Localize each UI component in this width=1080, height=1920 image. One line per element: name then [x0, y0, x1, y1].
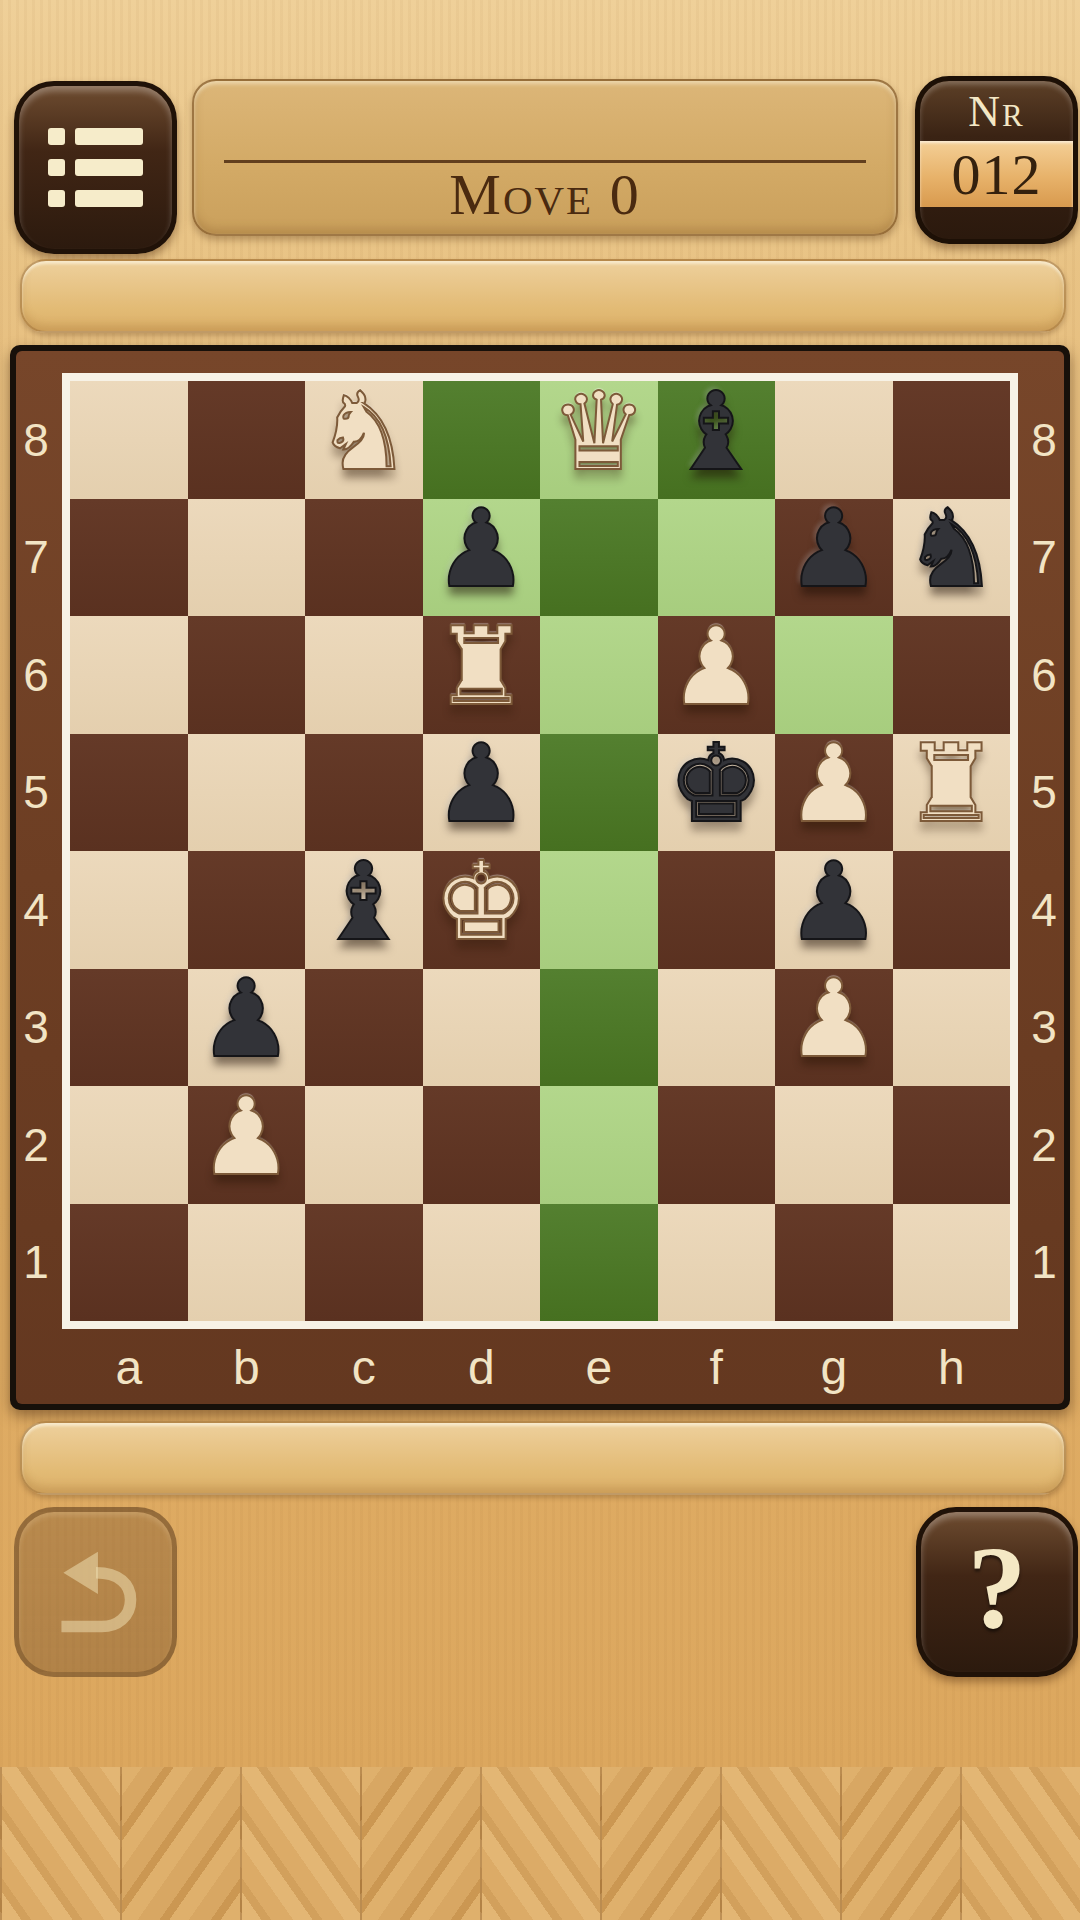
undo-arrow-icon — [48, 1544, 144, 1640]
piece-white-pawn-g3[interactable]: ♟ — [775, 961, 893, 1079]
square-a3[interactable] — [70, 969, 188, 1087]
square-h8[interactable] — [893, 381, 1011, 499]
file-label-d: d — [423, 1329, 541, 1405]
rank-labels-right: 87654321 — [1018, 381, 1070, 1321]
square-g7[interactable]: ♟ — [775, 499, 893, 617]
puzzle-number-label: Nr — [920, 81, 1073, 141]
parquet-strip — [120, 1767, 240, 1920]
puzzle-number-value: 012 — [920, 141, 1073, 207]
square-d2[interactable] — [423, 1086, 541, 1204]
square-f4[interactable] — [658, 851, 776, 969]
file-label-g: g — [775, 1329, 893, 1405]
square-f7[interactable] — [658, 499, 776, 617]
piece-black-pawn-g4[interactable]: ♟ — [775, 843, 893, 961]
help-button[interactable]: ? — [916, 1507, 1078, 1677]
parquet-footer — [0, 1767, 1080, 1920]
menu-list-icon — [48, 128, 143, 207]
square-c1[interactable] — [305, 1204, 423, 1322]
rank-label-4-right: 4 — [1018, 851, 1070, 969]
square-g4[interactable]: ♟ — [775, 851, 893, 969]
square-b4[interactable] — [188, 851, 306, 969]
square-c5[interactable] — [305, 734, 423, 852]
rank-label-6-left: 6 — [10, 616, 62, 734]
square-h7[interactable]: ♞ — [893, 499, 1011, 617]
square-e5[interactable] — [540, 734, 658, 852]
file-label-b: b — [188, 1329, 306, 1405]
piece-white-queen-e8[interactable]: ♛ — [540, 373, 658, 491]
square-h1[interactable] — [893, 1204, 1011, 1322]
rank-labels-left: 87654321 — [10, 381, 62, 1321]
undo-button[interactable] — [14, 1507, 177, 1677]
rank-label-8-right: 8 — [1018, 381, 1070, 499]
square-f6[interactable]: ♟ — [658, 616, 776, 734]
square-h4[interactable] — [893, 851, 1011, 969]
square-a6[interactable] — [70, 616, 188, 734]
rank-label-5-right: 5 — [1018, 734, 1070, 852]
parquet-strip — [960, 1767, 1080, 1920]
parquet-strip — [0, 1767, 120, 1920]
puzzle-number-button[interactable]: Nr 012 — [915, 76, 1078, 244]
piece-black-bishop-c4[interactable]: ♝ — [305, 843, 423, 961]
piece-black-king-f5[interactable]: ♚ — [658, 726, 776, 844]
board-squares: ♞♛♝♟♟♞♜♟♟♚♟♜♝♚♟♟♟♟ — [70, 381, 1010, 1321]
square-c3[interactable] — [305, 969, 423, 1087]
square-g8[interactable] — [775, 381, 893, 499]
move-panel: Move 0 — [192, 79, 898, 236]
parquet-strip — [840, 1767, 960, 1920]
parquet-strip — [360, 1767, 480, 1920]
square-f5[interactable]: ♚ — [658, 734, 776, 852]
piece-white-pawn-f6[interactable]: ♟ — [658, 608, 776, 726]
piece-black-pawn-d5[interactable]: ♟ — [423, 726, 541, 844]
file-label-a: a — [70, 1329, 188, 1405]
square-e8[interactable]: ♛ — [540, 381, 658, 499]
square-d7[interactable]: ♟ — [423, 499, 541, 617]
square-d6[interactable]: ♜ — [423, 616, 541, 734]
rank-label-7-right: 7 — [1018, 499, 1070, 617]
square-h2[interactable] — [893, 1086, 1011, 1204]
square-b3[interactable]: ♟ — [188, 969, 306, 1087]
square-e2[interactable] — [540, 1086, 658, 1204]
square-c4[interactable]: ♝ — [305, 851, 423, 969]
rank-label-3-left: 3 — [10, 969, 62, 1087]
captured-pieces-tray-bottom — [20, 1421, 1066, 1495]
square-b1[interactable] — [188, 1204, 306, 1322]
square-h5[interactable]: ♜ — [893, 734, 1011, 852]
file-label-f: f — [658, 1329, 776, 1405]
piece-white-pawn-b2[interactable]: ♟ — [188, 1078, 306, 1196]
square-b7[interactable] — [188, 499, 306, 617]
square-g5[interactable]: ♟ — [775, 734, 893, 852]
square-d4[interactable]: ♚ — [423, 851, 541, 969]
piece-black-pawn-b3[interactable]: ♟ — [188, 961, 306, 1079]
rank-label-2-right: 2 — [1018, 1086, 1070, 1204]
square-f2[interactable] — [658, 1086, 776, 1204]
move-counter-text: Move 0 — [194, 165, 896, 225]
piece-white-rook-h5[interactable]: ♜ — [893, 726, 1011, 844]
square-b2[interactable]: ♟ — [188, 1086, 306, 1204]
rank-label-2-left: 2 — [10, 1086, 62, 1204]
square-d1[interactable] — [423, 1204, 541, 1322]
parquet-strip — [720, 1767, 840, 1920]
puzzle-number-footer — [920, 207, 1073, 239]
file-label-e: e — [540, 1329, 658, 1405]
rank-label-3-right: 3 — [1018, 969, 1070, 1087]
square-e1[interactable] — [540, 1204, 658, 1322]
square-a4[interactable] — [70, 851, 188, 969]
square-e7[interactable] — [540, 499, 658, 617]
rank-label-6-right: 6 — [1018, 616, 1070, 734]
question-mark-icon: ? — [968, 1520, 1027, 1656]
square-c8[interactable]: ♞ — [305, 381, 423, 499]
file-label-h: h — [893, 1329, 1011, 1405]
captured-pieces-tray-top — [20, 259, 1066, 333]
rank-label-4-left: 4 — [10, 851, 62, 969]
square-g6[interactable] — [775, 616, 893, 734]
square-e3[interactable] — [540, 969, 658, 1087]
square-f1[interactable] — [658, 1204, 776, 1322]
file-label-c: c — [305, 1329, 423, 1405]
square-a5[interactable] — [70, 734, 188, 852]
square-e6[interactable] — [540, 616, 658, 734]
piece-white-rook-d6[interactable]: ♜ — [423, 608, 541, 726]
rank-label-1-right: 1 — [1018, 1204, 1070, 1322]
menu-button[interactable] — [14, 81, 177, 254]
square-d8[interactable] — [423, 381, 541, 499]
square-g2[interactable] — [775, 1086, 893, 1204]
piece-white-pawn-g5[interactable]: ♟ — [775, 726, 893, 844]
piece-white-knight-c8[interactable]: ♞ — [305, 373, 423, 491]
square-c6[interactable] — [305, 616, 423, 734]
square-f3[interactable] — [658, 969, 776, 1087]
square-b8[interactable] — [188, 381, 306, 499]
square-b6[interactable] — [188, 616, 306, 734]
piece-black-bishop-f8[interactable]: ♝ — [658, 373, 776, 491]
square-g1[interactable] — [775, 1204, 893, 1322]
square-h3[interactable] — [893, 969, 1011, 1087]
square-h6[interactable] — [893, 616, 1011, 734]
square-a7[interactable] — [70, 499, 188, 617]
piece-black-pawn-d7[interactable]: ♟ — [423, 491, 541, 609]
square-c7[interactable] — [305, 499, 423, 617]
square-a1[interactable] — [70, 1204, 188, 1322]
parquet-strip — [600, 1767, 720, 1920]
square-d5[interactable]: ♟ — [423, 734, 541, 852]
square-g3[interactable]: ♟ — [775, 969, 893, 1087]
square-c2[interactable] — [305, 1086, 423, 1204]
piece-black-pawn-g7[interactable]: ♟ — [775, 491, 893, 609]
rank-label-5-left: 5 — [10, 734, 62, 852]
rank-label-1-left: 1 — [10, 1204, 62, 1322]
square-f8[interactable]: ♝ — [658, 381, 776, 499]
file-labels-bottom: abcdefgh — [70, 1329, 1010, 1405]
rank-label-7-left: 7 — [10, 499, 62, 617]
rank-label-8-left: 8 — [10, 381, 62, 499]
square-d3[interactable] — [423, 969, 541, 1087]
parquet-strip — [480, 1767, 600, 1920]
square-b5[interactable] — [188, 734, 306, 852]
square-e4[interactable] — [540, 851, 658, 969]
parquet-strip — [240, 1767, 360, 1920]
square-a8[interactable] — [70, 381, 188, 499]
piece-black-knight-h7[interactable]: ♞ — [893, 491, 1011, 609]
square-a2[interactable] — [70, 1086, 188, 1204]
piece-white-king-d4[interactable]: ♚ — [423, 843, 541, 961]
